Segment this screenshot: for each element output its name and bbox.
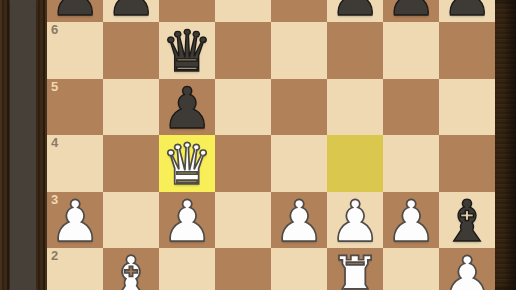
square-e6[interactable] xyxy=(271,22,327,79)
rank-label-6: 6 xyxy=(51,23,58,37)
square-g4[interactable] xyxy=(383,135,439,192)
square-b3[interactable] xyxy=(103,192,159,249)
square-e7[interactable] xyxy=(271,0,327,22)
square-g3[interactable]: ♟ xyxy=(383,192,439,249)
app-window: 87♟♟♟♟♟6♛5♟4♛3♟♟♟♟♟♝2♝♜♟1abcdefgh xyxy=(0,0,516,290)
square-g7[interactable]: ♟ xyxy=(383,0,439,22)
square-e4[interactable] xyxy=(271,135,327,192)
square-f7[interactable]: ♟ xyxy=(327,0,383,22)
square-g2[interactable] xyxy=(383,248,439,290)
square-d6[interactable] xyxy=(215,22,271,79)
square-f4[interactable] xyxy=(327,135,383,192)
white-queen-c4[interactable]: ♛ xyxy=(159,136,215,193)
square-b4[interactable] xyxy=(103,135,159,192)
square-f5[interactable] xyxy=(327,79,383,136)
rank-label-4: 4 xyxy=(51,136,58,150)
square-d7[interactable] xyxy=(215,0,271,22)
square-d4[interactable] xyxy=(215,135,271,192)
left-panel-band xyxy=(10,0,36,290)
black-pawn-h7[interactable]: ♟ xyxy=(439,0,495,23)
square-e2[interactable] xyxy=(271,248,327,290)
black-bishop-h3[interactable]: ♝ xyxy=(439,193,495,250)
square-b6[interactable] xyxy=(103,22,159,79)
square-b7[interactable]: ♟ xyxy=(103,0,159,22)
square-c6[interactable]: ♛ xyxy=(159,22,215,79)
square-g5[interactable] xyxy=(383,79,439,136)
square-a4[interactable]: 4 xyxy=(47,135,103,192)
square-e3[interactable]: ♟ xyxy=(271,192,327,249)
black-pawn-a7[interactable]: ♟ xyxy=(47,0,103,23)
square-a7[interactable]: 7♟ xyxy=(47,0,103,22)
square-g6[interactable] xyxy=(383,22,439,79)
black-pawn-f7[interactable]: ♟ xyxy=(327,0,383,23)
square-c2[interactable] xyxy=(159,248,215,290)
white-rook-f2[interactable]: ♜ xyxy=(327,249,383,290)
square-h2[interactable]: ♟ xyxy=(439,248,495,290)
rank-label-2: 2 xyxy=(51,249,58,263)
square-h3[interactable]: ♝ xyxy=(439,192,495,249)
white-pawn-a3[interactable]: ♟ xyxy=(47,193,103,250)
square-c5[interactable]: ♟ xyxy=(159,79,215,136)
white-pawn-g3[interactable]: ♟ xyxy=(383,193,439,250)
square-f2[interactable]: ♜ xyxy=(327,248,383,290)
black-pawn-g7[interactable]: ♟ xyxy=(383,0,439,23)
black-pawn-c5[interactable]: ♟ xyxy=(159,80,215,137)
black-pawn-b7[interactable]: ♟ xyxy=(103,0,159,23)
square-d3[interactable] xyxy=(215,192,271,249)
white-pawn-e3[interactable]: ♟ xyxy=(271,193,327,250)
square-c4[interactable]: ♛ xyxy=(159,135,215,192)
square-a3[interactable]: 3♟ xyxy=(47,192,103,249)
white-pawn-h2[interactable]: ♟ xyxy=(439,249,495,290)
square-d5[interactable] xyxy=(215,79,271,136)
black-queen-c6[interactable]: ♛ xyxy=(159,23,215,80)
square-h4[interactable] xyxy=(439,135,495,192)
square-a6[interactable]: 6 xyxy=(47,22,103,79)
square-e5[interactable] xyxy=(271,79,327,136)
square-h5[interactable] xyxy=(439,79,495,136)
square-f3[interactable]: ♟ xyxy=(327,192,383,249)
square-c3[interactable]: ♟ xyxy=(159,192,215,249)
square-b2[interactable]: ♝ xyxy=(103,248,159,290)
square-d2[interactable] xyxy=(215,248,271,290)
square-f6[interactable] xyxy=(327,22,383,79)
square-b5[interactable] xyxy=(103,79,159,136)
white-pawn-c3[interactable]: ♟ xyxy=(159,193,215,250)
white-pawn-f3[interactable]: ♟ xyxy=(327,193,383,250)
square-h6[interactable] xyxy=(439,22,495,79)
square-a5[interactable]: 5 xyxy=(47,79,103,136)
wood-background-right xyxy=(495,0,516,290)
white-bishop-b2[interactable]: ♝ xyxy=(103,249,159,290)
chess-board[interactable]: 87♟♟♟♟♟6♛5♟4♛3♟♟♟♟♟♝2♝♜♟1abcdefgh xyxy=(47,0,495,290)
rank-label-5: 5 xyxy=(51,80,58,94)
square-a2[interactable]: 2 xyxy=(47,248,103,290)
square-h7[interactable]: ♟ xyxy=(439,0,495,22)
